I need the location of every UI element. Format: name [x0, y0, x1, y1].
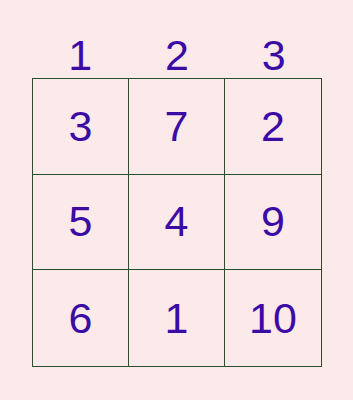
cell-r2c2[interactable]: 4	[129, 175, 225, 271]
cell-r2c3[interactable]: 9	[225, 175, 321, 271]
cell-r3c1[interactable]: 6	[33, 270, 129, 366]
column-header-2: 2	[129, 32, 226, 78]
column-header-row: 1 2 3	[32, 32, 322, 78]
cell-r3c3[interactable]: 10	[225, 270, 321, 366]
number-grid-board: 3 7 2 5 4 9 6 1 10	[32, 78, 322, 367]
cell-r2c1[interactable]: 5	[33, 175, 129, 271]
cell-r1c2[interactable]: 7	[129, 79, 225, 175]
number-grid-page: 1 2 3 3 7 2 5 4 9 6 1 10	[0, 0, 353, 400]
cell-r3c2[interactable]: 1	[129, 270, 225, 366]
column-header-1: 1	[32, 32, 129, 78]
column-header-3: 3	[225, 32, 322, 78]
cell-r1c1[interactable]: 3	[33, 79, 129, 175]
cell-r1c3[interactable]: 2	[225, 79, 321, 175]
